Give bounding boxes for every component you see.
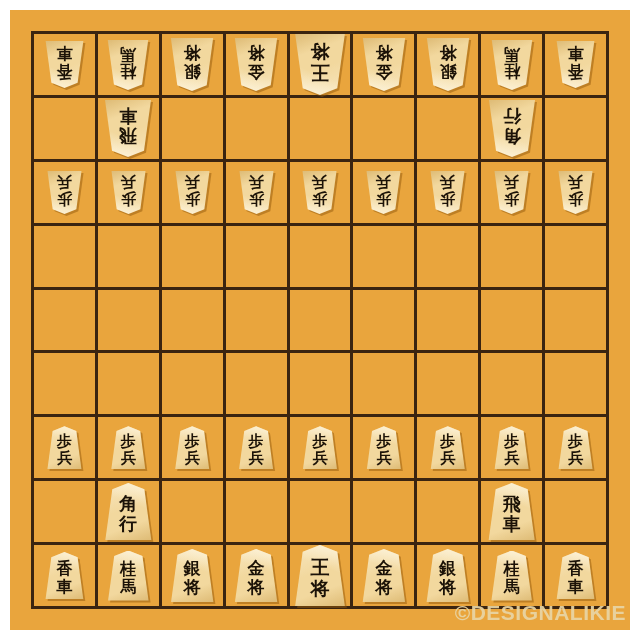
kanji-char: 車 [568,45,584,61]
cell-35[interactable] [417,290,478,351]
cell-41[interactable]: 金将 [353,34,414,95]
image-frame: 香車桂馬銀将金将王将金将銀将桂馬香車飛車角行歩兵歩兵歩兵歩兵歩兵歩兵歩兵歩兵歩兵… [0,0,640,640]
koma-sente-lance[interactable]: 香車 [44,552,85,599]
kanji-char: 車 [503,515,521,533]
kanji-char: 行 [119,515,137,533]
koma-gote-pawn[interactable]: 歩兵 [493,171,530,214]
kanji-char: 飛 [119,126,137,144]
kanji-char: 歩 [249,190,264,205]
kanji-char: 将 [439,44,456,61]
shogi-board: 香車桂馬銀将金将王将金将銀将桂馬香車飛車角行歩兵歩兵歩兵歩兵歩兵歩兵歩兵歩兵歩兵… [10,10,630,630]
kanji-char: 将 [184,44,201,61]
koma-sente-pawn[interactable]: 歩兵 [557,426,594,469]
kanji-char: 将 [184,579,201,596]
kanji-char: 兵 [568,174,583,189]
cell-73[interactable]: 歩兵 [162,162,223,223]
kanji-char: 王 [310,63,329,82]
cell-66[interactable] [226,353,287,414]
kanji-char: 銀 [439,63,456,80]
cell-81[interactable]: 桂馬 [98,34,159,95]
koma-sente-pawn[interactable]: 歩兵 [46,426,83,469]
kanji-char: 車 [568,579,584,595]
cell-15[interactable] [545,290,606,351]
cell-45[interactable] [353,290,414,351]
cell-95[interactable] [34,290,95,351]
koma-gote-pawn[interactable]: 歩兵 [365,171,402,214]
cell-32[interactable] [417,98,478,159]
kanji-char: 歩 [57,434,72,449]
kanji-char: 兵 [376,451,391,466]
kanji-char: 馬 [120,45,136,61]
kanji-char: 馬 [504,45,520,61]
kanji-char: 兵 [57,174,72,189]
cell-77[interactable]: 歩兵 [162,417,223,478]
cell-18[interactable] [545,481,606,542]
koma-gote-pawn[interactable]: 歩兵 [429,171,466,214]
kanji-char: 銀 [184,560,201,577]
kanji-char: 将 [375,44,392,61]
cell-85[interactable] [98,290,159,351]
cell-31[interactable]: 銀将 [417,34,478,95]
kanji-char: 歩 [504,190,519,205]
cell-51[interactable]: 王将 [290,34,351,95]
kanji-char: 金 [375,560,392,577]
koma-sente-rook[interactable]: 飛車 [487,483,537,540]
cell-37[interactable]: 歩兵 [417,417,478,478]
cell-75[interactable] [162,290,223,351]
cell-56[interactable] [290,353,351,414]
cell-99[interactable]: 香車 [34,545,95,606]
cell-63[interactable]: 歩兵 [226,162,287,223]
kanji-char: 馬 [504,579,520,595]
cell-89[interactable]: 桂馬 [98,545,159,606]
cell-82[interactable]: 飛車 [98,98,159,159]
kanji-char: 歩 [185,190,200,205]
koma-gote-pawn[interactable]: 歩兵 [238,171,275,214]
koma-gote-lance[interactable]: 香車 [555,41,596,88]
koma-gote-pawn[interactable]: 歩兵 [174,171,211,214]
kanji-char: 香 [568,63,584,79]
cell-11[interactable]: 香車 [545,34,606,95]
cell-28[interactable]: 飛車 [481,481,542,542]
cell-42[interactable] [353,98,414,159]
kanji-char: 金 [248,560,265,577]
cell-38[interactable] [417,481,478,542]
kanji-char: 車 [56,45,72,61]
cell-12[interactable] [545,98,606,159]
kanji-char: 歩 [568,190,583,205]
cell-46[interactable] [353,353,414,414]
kanji-char: 金 [375,63,392,80]
cell-43[interactable]: 歩兵 [353,162,414,223]
kanji-char: 香 [56,561,72,577]
kanji-char: 桂 [504,63,520,79]
koma-sente-silver[interactable]: 銀将 [425,549,471,602]
kanji-char: 将 [248,579,265,596]
cell-44[interactable] [353,226,414,287]
kanji-char: 角 [503,126,521,144]
cell-36[interactable] [417,353,478,414]
cell-68[interactable] [226,481,287,542]
kanji-char: 銀 [439,560,456,577]
watermark: ©DESIGNALIKIE [455,601,626,625]
cell-67[interactable]: 歩兵 [226,417,287,478]
cell-59[interactable]: 王将 [290,545,351,606]
koma-sente-pawn[interactable]: 歩兵 [238,426,275,469]
board-grid: 香車桂馬銀将金将王将金将銀将桂馬香車飛車角行歩兵歩兵歩兵歩兵歩兵歩兵歩兵歩兵歩兵… [31,31,609,609]
cell-83[interactable]: 歩兵 [98,162,159,223]
kanji-char: 将 [310,579,329,598]
cell-21[interactable]: 桂馬 [481,34,542,95]
kanji-char: 車 [56,579,72,595]
cell-93[interactable]: 歩兵 [34,162,95,223]
kanji-char: 歩 [185,434,200,449]
kanji-char: 歩 [376,434,391,449]
kanji-char: 歩 [57,190,72,205]
cell-97[interactable]: 歩兵 [34,417,95,478]
cell-17[interactable]: 歩兵 [545,417,606,478]
koma-sente-pawn[interactable]: 歩兵 [301,426,338,469]
koma-gote-gold[interactable]: 金将 [361,38,407,91]
kanji-char: 桂 [120,63,136,79]
kanji-char: 角 [119,495,137,513]
koma-gote-pawn[interactable]: 歩兵 [301,171,338,214]
koma-gote-pawn[interactable]: 歩兵 [557,171,594,214]
kanji-char: 香 [568,561,584,577]
cell-64[interactable] [226,226,287,287]
koma-sente-bishop[interactable]: 角行 [103,483,153,540]
kanji-char: 歩 [440,434,455,449]
kanji-char: 将 [439,579,456,596]
cell-14[interactable] [545,226,606,287]
kanji-char: 将 [310,42,329,61]
koma-sente-pawn[interactable]: 歩兵 [174,426,211,469]
kanji-char: 兵 [568,451,583,466]
kanji-char: 兵 [504,174,519,189]
koma-sente-lance[interactable]: 香車 [555,552,596,599]
kanji-char: 王 [310,558,329,577]
cell-62[interactable] [226,98,287,159]
kanji-char: 行 [503,107,521,125]
kanji-char: 兵 [312,174,327,189]
kanji-char: 兵 [249,174,264,189]
cell-91[interactable]: 香車 [34,34,95,95]
cell-78[interactable] [162,481,223,542]
cell-49[interactable]: 金将 [353,545,414,606]
cell-48[interactable] [353,481,414,542]
cell-54[interactable] [290,226,351,287]
kanji-char: 兵 [440,451,455,466]
kanji-char: 兵 [504,451,519,466]
koma-gote-gold[interactable]: 金将 [233,38,279,91]
kanji-char: 金 [248,63,265,80]
kanji-char: 兵 [121,174,136,189]
kanji-char: 歩 [249,434,264,449]
cell-23[interactable]: 歩兵 [481,162,542,223]
koma-gote-knight[interactable]: 桂馬 [106,40,150,90]
cell-33[interactable]: 歩兵 [417,162,478,223]
koma-gote-lance[interactable]: 香車 [44,41,85,88]
cell-76[interactable] [162,353,223,414]
cell-74[interactable] [162,226,223,287]
koma-gote-knight[interactable]: 桂馬 [490,40,534,90]
koma-gote-pawn[interactable]: 歩兵 [110,171,147,214]
koma-gote-pawn[interactable]: 歩兵 [46,171,83,214]
cell-71[interactable]: 銀将 [162,34,223,95]
cell-96[interactable] [34,353,95,414]
kanji-char: 兵 [185,451,200,466]
kanji-char: 歩 [121,190,136,205]
kanji-char: 兵 [312,451,327,466]
kanji-char: 歩 [440,190,455,205]
cell-53[interactable]: 歩兵 [290,162,351,223]
kanji-char: 歩 [312,434,327,449]
cell-39[interactable]: 銀将 [417,545,478,606]
kanji-char: 兵 [57,451,72,466]
cell-87[interactable]: 歩兵 [98,417,159,478]
cell-65[interactable] [226,290,287,351]
koma-gote-king[interactable]: 王将 [293,34,347,95]
koma-sente-pawn[interactable]: 歩兵 [429,426,466,469]
cell-47[interactable]: 歩兵 [353,417,414,478]
kanji-char: 歩 [376,190,391,205]
cell-84[interactable] [98,226,159,287]
cell-13[interactable]: 歩兵 [545,162,606,223]
kanji-char: 飛 [503,495,521,513]
kanji-char: 兵 [185,174,200,189]
koma-sente-king[interactable]: 王将 [293,545,347,606]
koma-sente-silver[interactable]: 銀将 [169,549,215,602]
kanji-char: 将 [375,579,392,596]
cell-55[interactable] [290,290,351,351]
kanji-char: 歩 [121,434,136,449]
kanji-char: 桂 [504,561,520,577]
kanji-char: 歩 [504,434,519,449]
cell-34[interactable] [417,226,478,287]
koma-sente-pawn[interactable]: 歩兵 [493,426,530,469]
cell-22[interactable]: 角行 [481,98,542,159]
kanji-char: 兵 [376,174,391,189]
cell-57[interactable]: 歩兵 [290,417,351,478]
cell-88[interactable]: 角行 [98,481,159,542]
koma-sente-knight[interactable]: 桂馬 [106,551,150,601]
koma-sente-gold[interactable]: 金将 [361,549,407,602]
kanji-char: 香 [56,63,72,79]
cell-72[interactable] [162,98,223,159]
koma-sente-gold[interactable]: 金将 [233,549,279,602]
cell-19[interactable]: 香車 [545,545,606,606]
koma-sente-pawn[interactable]: 歩兵 [110,426,147,469]
kanji-char: 歩 [568,434,583,449]
kanji-char: 車 [119,107,137,125]
cell-58[interactable] [290,481,351,542]
kanji-char: 兵 [440,174,455,189]
cell-61[interactable]: 金将 [226,34,287,95]
kanji-char: 歩 [312,190,327,205]
cell-92[interactable] [34,98,95,159]
kanji-char: 馬 [120,579,136,595]
koma-sente-pawn[interactable]: 歩兵 [365,426,402,469]
cell-27[interactable]: 歩兵 [481,417,542,478]
kanji-char: 兵 [121,451,136,466]
cell-25[interactable] [481,290,542,351]
koma-gote-rook[interactable]: 飛車 [103,100,153,157]
koma-gote-silver[interactable]: 銀将 [169,38,215,91]
kanji-char: 将 [248,44,265,61]
cell-26[interactable] [481,353,542,414]
kanji-char: 桂 [120,561,136,577]
cell-24[interactable] [481,226,542,287]
cell-52[interactable] [290,98,351,159]
kanji-char: 兵 [249,451,264,466]
koma-gote-silver[interactable]: 銀将 [425,38,471,91]
koma-sente-knight[interactable]: 桂馬 [490,551,534,601]
cell-98[interactable] [34,481,95,542]
kanji-char: 銀 [184,63,201,80]
cell-94[interactable] [34,226,95,287]
cell-86[interactable] [98,353,159,414]
cell-79[interactable]: 銀将 [162,545,223,606]
cell-69[interactable]: 金将 [226,545,287,606]
cell-16[interactable] [545,353,606,414]
koma-gote-bishop[interactable]: 角行 [487,100,537,157]
cell-29[interactable]: 桂馬 [481,545,542,606]
